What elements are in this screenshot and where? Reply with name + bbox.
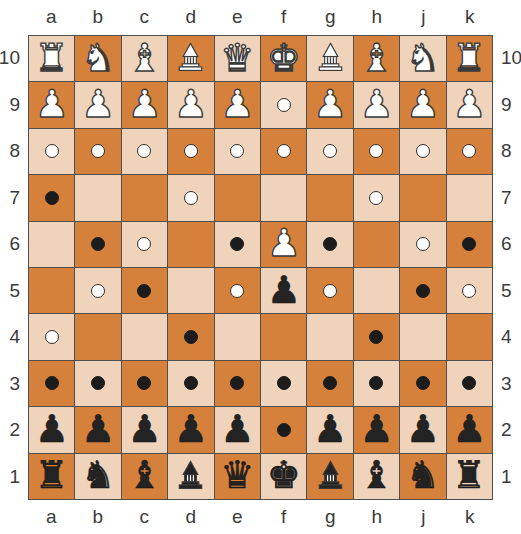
file-label-a-bottom: a — [28, 501, 75, 533]
black-move-marker — [137, 376, 151, 390]
square-d10[interactable] — [168, 36, 213, 81]
square-d7[interactable] — [168, 175, 213, 220]
file-label-c-bottom: c — [121, 501, 168, 533]
black-move-marker — [416, 376, 430, 390]
white-pawn: ♟ — [267, 224, 301, 262]
black-move-marker — [91, 376, 105, 390]
black-move-marker — [230, 237, 244, 251]
file-label-j-bottom: j — [400, 501, 447, 533]
black-bishop: ♝ — [359, 456, 393, 494]
black-move-marker — [416, 284, 430, 298]
square-f7[interactable] — [261, 175, 306, 220]
black-pawn: ♟ — [81, 410, 115, 448]
rank-label-4-right: 4 — [497, 314, 521, 361]
file-label-b-top: b — [75, 0, 122, 33]
square-b2[interactable]: ♟ — [75, 407, 120, 452]
file-label-k-bottom: k — [447, 501, 494, 533]
square-k3[interactable] — [447, 361, 492, 406]
black-bishop: ♝ — [127, 456, 161, 494]
square-k2[interactable]: ♟ — [447, 407, 492, 452]
white-bishop: ♝ — [359, 39, 393, 77]
black-knight: ♞ — [81, 456, 115, 494]
square-d9[interactable]: ♟ — [168, 82, 213, 127]
square-f4[interactable] — [261, 314, 306, 359]
white-move-marker — [416, 237, 430, 251]
square-f3[interactable] — [261, 361, 306, 406]
square-d1[interactable] — [168, 454, 213, 499]
rank-label-2-right: 2 — [497, 407, 521, 454]
square-k1[interactable]: ♜ — [447, 454, 492, 499]
white-move-marker — [45, 144, 59, 158]
black-move-marker — [369, 376, 383, 390]
square-d5[interactable] — [168, 268, 213, 313]
square-f8[interactable] — [261, 129, 306, 174]
square-c7[interactable] — [122, 175, 167, 220]
square-e1[interactable]: ♛ — [215, 454, 260, 499]
rank-label-3-right: 3 — [497, 361, 521, 408]
white-move-marker — [277, 98, 291, 112]
black-move-marker — [323, 376, 337, 390]
square-h3[interactable] — [354, 361, 399, 406]
square-k8[interactable] — [447, 129, 492, 174]
square-a4[interactable] — [29, 314, 74, 359]
white-pawn: ♟ — [313, 85, 347, 123]
square-h1[interactable]: ♝ — [354, 454, 399, 499]
white-move-marker — [369, 144, 383, 158]
square-j4[interactable] — [400, 314, 445, 359]
black-queen: ♛ — [220, 456, 254, 494]
white-move-marker — [277, 144, 291, 158]
file-label-g-bottom: g — [307, 501, 354, 533]
square-a5[interactable] — [29, 268, 74, 313]
square-g2[interactable]: ♟ — [307, 407, 352, 452]
square-j10[interactable]: ♞ — [400, 36, 445, 81]
rank-label-9-right: 9 — [497, 82, 521, 129]
square-j6[interactable] — [400, 222, 445, 267]
square-h2[interactable]: ♟ — [354, 407, 399, 452]
black-move-marker — [45, 191, 59, 205]
rank-label-1-left: 1 — [0, 454, 24, 501]
square-h10[interactable]: ♝ — [354, 36, 399, 81]
black-king: ♚ — [267, 456, 301, 494]
square-j2[interactable]: ♟ — [400, 407, 445, 452]
square-d2[interactable]: ♟ — [168, 407, 213, 452]
white-pawn: ♟ — [406, 85, 440, 123]
square-e7[interactable] — [215, 175, 260, 220]
file-label-j-top: j — [400, 0, 447, 33]
black-move-marker — [369, 330, 383, 344]
black-knight: ♞ — [406, 456, 440, 494]
white-move-marker — [369, 191, 383, 205]
square-a9[interactable]: ♟ — [29, 82, 74, 127]
white-move-marker — [323, 284, 337, 298]
square-e8[interactable] — [215, 129, 260, 174]
black-dabbaba — [313, 458, 348, 493]
file-label-c-top: c — [121, 0, 168, 33]
square-h8[interactable] — [354, 129, 399, 174]
white-move-marker — [137, 144, 151, 158]
square-d8[interactable] — [168, 129, 213, 174]
white-move-marker — [230, 284, 244, 298]
square-c5[interactable] — [122, 268, 167, 313]
square-a2[interactable]: ♟ — [29, 407, 74, 452]
square-b9[interactable]: ♟ — [75, 82, 120, 127]
square-f5[interactable]: ♟ — [261, 268, 306, 313]
square-f1[interactable]: ♚ — [261, 454, 306, 499]
file-label-f-bottom: f — [261, 501, 308, 533]
square-k5[interactable] — [447, 268, 492, 313]
square-k9[interactable]: ♟ — [447, 82, 492, 127]
rank-label-4-left: 4 — [0, 314, 24, 361]
black-pawn: ♟ — [359, 410, 393, 448]
white-pawn: ♟ — [81, 85, 115, 123]
file-labels-bottom: abcdefghjk — [28, 501, 493, 533]
black-pawn: ♟ — [452, 410, 486, 448]
white-queen: ♛ — [220, 39, 254, 77]
square-b3[interactable] — [75, 361, 120, 406]
white-move-marker — [323, 144, 337, 158]
white-move-marker — [230, 144, 244, 158]
file-label-d-bottom: d — [168, 501, 215, 533]
square-f2[interactable] — [261, 407, 306, 452]
black-move-marker — [184, 330, 198, 344]
square-j5[interactable] — [400, 268, 445, 313]
rank-label-7-right: 7 — [497, 175, 521, 222]
white-move-marker — [462, 144, 476, 158]
rank-labels-left: 10987654321 — [0, 35, 24, 500]
square-b10[interactable]: ♞ — [75, 36, 120, 81]
file-label-b-bottom: b — [75, 501, 122, 533]
square-e3[interactable] — [215, 361, 260, 406]
square-j3[interactable] — [400, 361, 445, 406]
black-move-marker — [277, 376, 291, 390]
square-e2[interactable]: ♟ — [215, 407, 260, 452]
square-c1[interactable]: ♝ — [122, 454, 167, 499]
square-a6[interactable] — [29, 222, 74, 267]
square-g9[interactable]: ♟ — [307, 82, 352, 127]
square-a10[interactable]: ♜ — [29, 36, 74, 81]
square-a7[interactable] — [29, 175, 74, 220]
square-h4[interactable] — [354, 314, 399, 359]
square-a3[interactable] — [29, 361, 74, 406]
black-move-marker — [462, 376, 476, 390]
black-pawn: ♟ — [127, 410, 161, 448]
square-f10[interactable]: ♚ — [261, 36, 306, 81]
white-pawn: ♟ — [174, 85, 208, 123]
rank-label-6-right: 6 — [497, 221, 521, 268]
square-b1[interactable]: ♞ — [75, 454, 120, 499]
square-j1[interactable]: ♞ — [400, 454, 445, 499]
square-c8[interactable] — [122, 129, 167, 174]
white-pawn: ♟ — [127, 85, 161, 123]
square-d6[interactable] — [168, 222, 213, 267]
black-pawn: ♟ — [220, 410, 254, 448]
square-g3[interactable] — [307, 361, 352, 406]
board-diagram: abcdefghjk 10987654321 ♜♞♝ ♛♚ ♝♞♜♟♟♟♟♟♟♟… — [0, 0, 521, 534]
square-b6[interactable] — [75, 222, 120, 267]
rank-label-5-right: 5 — [497, 268, 521, 315]
file-label-e-top: e — [214, 0, 261, 33]
square-f9[interactable] — [261, 82, 306, 127]
file-label-g-top: g — [307, 0, 354, 33]
white-move-marker — [184, 144, 198, 158]
square-f6[interactable]: ♟ — [261, 222, 306, 267]
square-g4[interactable] — [307, 314, 352, 359]
square-c4[interactable] — [122, 314, 167, 359]
square-k10[interactable]: ♜ — [447, 36, 492, 81]
white-knight: ♞ — [406, 39, 440, 77]
square-b8[interactable] — [75, 129, 120, 174]
square-g10[interactable] — [307, 36, 352, 81]
white-pawn: ♟ — [35, 85, 69, 123]
square-j7[interactable] — [400, 175, 445, 220]
square-a8[interactable] — [29, 129, 74, 174]
rank-label-7-left: 7 — [0, 175, 24, 222]
file-labels-top: abcdefghjk — [28, 0, 493, 33]
square-g7[interactable] — [307, 175, 352, 220]
square-k7[interactable] — [447, 175, 492, 220]
white-move-marker — [416, 144, 430, 158]
white-pawn: ♟ — [359, 85, 393, 123]
square-g1[interactable] — [307, 454, 352, 499]
white-move-marker — [45, 330, 59, 344]
square-h9[interactable]: ♟ — [354, 82, 399, 127]
white-knight: ♞ — [81, 39, 115, 77]
black-rook: ♜ — [35, 456, 69, 494]
file-label-k-top: k — [447, 0, 494, 33]
rank-label-8-left: 8 — [0, 128, 24, 175]
black-move-marker — [323, 237, 337, 251]
black-move-marker — [45, 376, 59, 390]
square-c3[interactable] — [122, 361, 167, 406]
white-rook: ♜ — [452, 39, 486, 77]
white-rook: ♜ — [35, 39, 69, 77]
black-dabbaba — [173, 458, 208, 493]
square-a1[interactable]: ♜ — [29, 454, 74, 499]
square-e4[interactable] — [215, 314, 260, 359]
square-h5[interactable] — [354, 268, 399, 313]
black-move-marker — [230, 376, 244, 390]
square-g5[interactable] — [307, 268, 352, 313]
rank-label-10-left: 10 — [0, 35, 24, 82]
square-k6[interactable] — [447, 222, 492, 267]
black-rook: ♜ — [452, 456, 486, 494]
square-g8[interactable] — [307, 129, 352, 174]
file-label-e-bottom: e — [214, 501, 261, 533]
black-move-marker — [137, 284, 151, 298]
black-pawn: ♟ — [267, 271, 301, 309]
square-c2[interactable]: ♟ — [122, 407, 167, 452]
file-label-h-bottom: h — [354, 501, 401, 533]
square-e9[interactable]: ♟ — [215, 82, 260, 127]
rank-label-8-right: 8 — [497, 128, 521, 175]
black-pawn: ♟ — [35, 410, 69, 448]
file-label-d-top: d — [168, 0, 215, 33]
square-c9[interactable]: ♟ — [122, 82, 167, 127]
square-h7[interactable] — [354, 175, 399, 220]
white-dabbaba — [313, 40, 348, 75]
white-move-marker — [91, 144, 105, 158]
square-j8[interactable] — [400, 129, 445, 174]
rank-label-2-left: 2 — [0, 407, 24, 454]
white-bishop: ♝ — [127, 39, 161, 77]
square-e6[interactable] — [215, 222, 260, 267]
white-move-marker — [91, 284, 105, 298]
rank-label-6-left: 6 — [0, 221, 24, 268]
square-d3[interactable] — [168, 361, 213, 406]
black-pawn: ♟ — [406, 410, 440, 448]
white-dabbaba — [173, 40, 208, 75]
square-g6[interactable] — [307, 222, 352, 267]
rank-label-10-right: 10 — [497, 35, 521, 82]
black-move-marker — [91, 237, 105, 251]
rank-labels-right: 10987654321 — [497, 35, 521, 500]
black-move-marker — [462, 237, 476, 251]
black-move-marker — [184, 376, 198, 390]
square-e10[interactable]: ♛ — [215, 36, 260, 81]
rank-label-3-left: 3 — [0, 361, 24, 408]
black-pawn: ♟ — [313, 410, 347, 448]
black-pawn: ♟ — [174, 410, 208, 448]
white-king: ♚ — [267, 39, 301, 77]
white-pawn: ♟ — [452, 85, 486, 123]
square-b5[interactable] — [75, 268, 120, 313]
file-label-a-top: a — [28, 0, 75, 33]
white-move-marker — [462, 284, 476, 298]
white-move-marker — [184, 191, 198, 205]
white-pawn: ♟ — [220, 85, 254, 123]
file-label-h-top: h — [354, 0, 401, 33]
square-b7[interactable] — [75, 175, 120, 220]
square-e5[interactable] — [215, 268, 260, 313]
square-d4[interactable] — [168, 314, 213, 359]
square-h6[interactable] — [354, 222, 399, 267]
square-j9[interactable]: ♟ — [400, 82, 445, 127]
rank-label-1-right: 1 — [497, 454, 521, 501]
square-b4[interactable] — [75, 314, 120, 359]
rank-label-9-left: 9 — [0, 82, 24, 129]
file-label-f-top: f — [261, 0, 308, 33]
square-c6[interactable] — [122, 222, 167, 267]
board: ♜♞♝ ♛♚ ♝♞♜♟♟♟♟♟♟♟♟♟♟♟♟♟♟♟♟♟♟♟♟♜♞♝ ♛♚ ♝♞♜ — [28, 35, 493, 500]
square-k4[interactable] — [447, 314, 492, 359]
square-c10[interactable]: ♝ — [122, 36, 167, 81]
white-move-marker — [137, 237, 151, 251]
rank-label-5-left: 5 — [0, 268, 24, 315]
black-move-marker — [277, 423, 291, 437]
